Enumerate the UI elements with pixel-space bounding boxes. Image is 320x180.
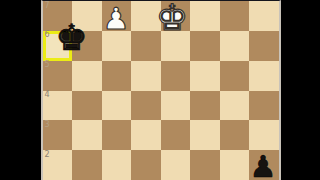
black-pawn-h2[interactable]: ♟ xyxy=(249,151,279,180)
piece-layer: ♟♚♚♟ xyxy=(43,1,279,180)
black-king-a6[interactable]: ♚ xyxy=(57,23,87,53)
white-king-e7[interactable]: ♚ xyxy=(158,3,188,33)
white-pawn-c7[interactable]: ♟ xyxy=(102,4,132,34)
board-frame: 765432 ♟♚♚♟ xyxy=(41,0,281,180)
stage: 765432 ♟♚♚♟ xyxy=(0,0,320,180)
